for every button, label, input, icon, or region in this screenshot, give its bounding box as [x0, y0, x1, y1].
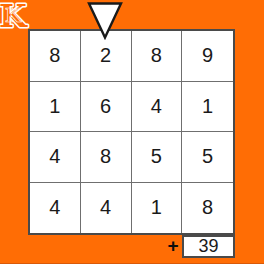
plus-operator: +	[164, 235, 182, 257]
down-triangle-icon[interactable]	[86, 1, 124, 40]
grid-cell[interactable]: 1	[182, 82, 233, 133]
grid-cell[interactable]: 4	[132, 82, 183, 133]
grid-cell[interactable]: 1	[30, 82, 81, 133]
puzzle-canvas: K K 8 2 8 9 1 6 4 1 4 8 5 5 4 4 1 8 + 39	[0, 0, 264, 264]
grid-cell[interactable]: 6	[81, 82, 132, 133]
svg-text:K: K	[5, 5, 22, 26]
number-grid: 8 2 8 9 1 6 4 1 4 8 5 5 4 4 1 8	[28, 29, 235, 235]
grid-cell[interactable]: 8	[182, 183, 233, 234]
grid-cell[interactable]: 1	[132, 183, 183, 234]
grid-cell[interactable]: 8	[81, 132, 132, 183]
grid-cell[interactable]: 5	[132, 132, 183, 183]
grid-cell[interactable]: 4	[81, 183, 132, 234]
target-sum-box[interactable]: 39	[182, 235, 235, 258]
grid-cell[interactable]: 8	[132, 31, 183, 82]
grid-cell[interactable]: 5	[182, 132, 233, 183]
grid-cell[interactable]: 8	[30, 31, 81, 82]
grid-cell[interactable]: 9	[182, 31, 233, 82]
target-sum-value: 39	[198, 236, 218, 257]
grid-cell[interactable]: 4	[30, 183, 81, 234]
grid-cell[interactable]: 4	[30, 132, 81, 183]
